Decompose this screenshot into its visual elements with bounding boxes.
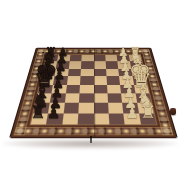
- square-b8: [33, 102, 50, 112]
- square-e5: [80, 76, 93, 84]
- square-h2: [116, 54, 129, 61]
- square-b6: [63, 102, 79, 112]
- square-a5: [77, 113, 93, 124]
- chess-board: [9, 47, 178, 137]
- square-e3: [106, 76, 120, 84]
- square-d1: [133, 84, 148, 93]
- square-a7: [46, 113, 63, 124]
- square-d3: [106, 84, 120, 93]
- square-d2: [120, 84, 135, 93]
- square-g5: [81, 61, 93, 68]
- square-f3: [105, 68, 118, 76]
- square-d8: [37, 84, 52, 93]
- square-c3: [107, 93, 122, 103]
- square-h6: [69, 54, 81, 61]
- square-c6: [64, 93, 79, 103]
- square-e1: [132, 76, 147, 84]
- square-d7: [51, 84, 66, 93]
- square-h7: [57, 54, 70, 61]
- square-d5: [79, 84, 93, 93]
- square-c8: [35, 93, 51, 103]
- square-h3: [105, 54, 117, 61]
- square-g8: [43, 61, 57, 68]
- square-f2: [118, 68, 132, 76]
- square-g7: [56, 61, 69, 68]
- square-g2: [117, 61, 130, 68]
- square-f7: [54, 68, 68, 76]
- square-e4: [93, 76, 106, 84]
- square-h4: [93, 54, 105, 61]
- square-b5: [78, 102, 93, 112]
- square-h5: [81, 54, 93, 61]
- square-a4: [93, 113, 109, 124]
- square-c4: [93, 93, 107, 103]
- square-d6: [65, 84, 79, 93]
- chess-set-photo: ♜♟♟♜♞♟♟♞♝♟♟♝♚♟♟♚♛♟♟♛♝♟♟♝♞♟♟♞♜♟♟♜: [0, 0, 180, 180]
- square-h8: [45, 54, 58, 61]
- square-f5: [80, 68, 93, 76]
- square-c5: [79, 93, 93, 103]
- square-b3: [107, 102, 123, 112]
- square-c7: [50, 93, 66, 103]
- square-a6: [62, 113, 78, 124]
- board-shadow: [2, 140, 178, 149]
- square-a8: [30, 113, 48, 124]
- square-f6: [67, 68, 80, 76]
- square-g6: [68, 61, 81, 68]
- square-e7: [53, 76, 67, 84]
- square-e8: [40, 76, 55, 84]
- board-clasp-latch: [170, 108, 176, 115]
- square-h1: [128, 54, 141, 61]
- square-b1: [136, 102, 153, 112]
- board-hinge-seam: [93, 48, 94, 137]
- square-c2: [121, 93, 137, 103]
- square-b7: [48, 102, 64, 112]
- square-e6: [66, 76, 80, 84]
- square-f8: [41, 68, 55, 76]
- square-f1: [130, 68, 144, 76]
- square-a2: [123, 113, 140, 124]
- square-g4: [93, 61, 105, 68]
- square-a3: [108, 113, 124, 124]
- square-c1: [135, 93, 151, 103]
- square-b4: [93, 102, 108, 112]
- square-a1: [138, 113, 156, 124]
- square-g1: [129, 61, 143, 68]
- square-g3: [105, 61, 118, 68]
- square-b2: [122, 102, 138, 112]
- square-d4: [93, 84, 107, 93]
- square-f4: [93, 68, 106, 76]
- square-e2: [119, 76, 133, 84]
